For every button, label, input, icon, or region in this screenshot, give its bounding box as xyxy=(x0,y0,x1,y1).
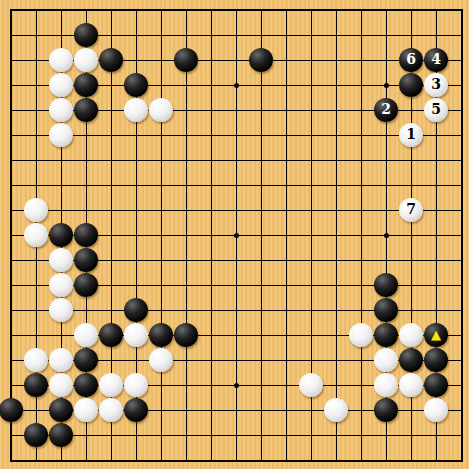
star-point xyxy=(384,233,389,238)
stone-white xyxy=(49,48,73,72)
move-number-label: 4 xyxy=(431,52,441,66)
stone-white-move-3: 3 xyxy=(424,73,448,97)
stone-black xyxy=(99,323,123,347)
stone-white xyxy=(49,73,73,97)
stone-white xyxy=(74,398,98,422)
stone-white-move-7: 7 xyxy=(399,198,423,222)
stone-white xyxy=(99,373,123,397)
stone-black-move-4: 4 xyxy=(424,48,448,72)
stone-white xyxy=(349,323,373,347)
stone-black xyxy=(0,398,23,422)
stone-white xyxy=(149,98,173,122)
stone-white xyxy=(299,373,323,397)
stone-black-move-2: 2 xyxy=(374,98,398,122)
stone-black xyxy=(399,73,423,97)
stone-black xyxy=(424,348,448,372)
move-number-label: 1 xyxy=(406,127,416,141)
stone-black xyxy=(99,48,123,72)
star-point xyxy=(234,383,239,388)
stone-white xyxy=(99,398,123,422)
stone-black xyxy=(74,348,98,372)
go-board[interactable]: 6432517▲ xyxy=(0,0,469,469)
stone-black-marked: ▲ xyxy=(424,323,448,347)
stone-white xyxy=(149,348,173,372)
stone-black xyxy=(174,323,198,347)
stone-black xyxy=(124,298,148,322)
stone-black xyxy=(74,23,98,47)
star-point xyxy=(234,233,239,238)
stone-white xyxy=(74,48,98,72)
stone-black xyxy=(74,73,98,97)
stone-black xyxy=(374,323,398,347)
move-number-label: 2 xyxy=(381,102,391,116)
stone-white xyxy=(324,398,348,422)
stone-black xyxy=(424,373,448,397)
stone-white xyxy=(124,323,148,347)
move-number-label: 5 xyxy=(431,102,441,116)
go-board-diagram: 6432517▲ xyxy=(0,0,469,469)
stone-black xyxy=(49,423,73,447)
stone-white xyxy=(49,98,73,122)
stone-white xyxy=(399,323,423,347)
stone-white xyxy=(49,248,73,272)
stone-white xyxy=(374,373,398,397)
move-number-label: 3 xyxy=(431,77,441,91)
triangle-marker-icon: ▲ xyxy=(431,328,441,341)
stone-white xyxy=(24,198,48,222)
stone-white xyxy=(124,98,148,122)
stone-white xyxy=(424,398,448,422)
stone-black xyxy=(74,248,98,272)
stone-white-move-1: 1 xyxy=(399,123,423,147)
stone-black xyxy=(74,98,98,122)
stone-black xyxy=(24,373,48,397)
stone-black-move-6: 6 xyxy=(399,48,423,72)
stone-black xyxy=(374,298,398,322)
stone-black xyxy=(24,423,48,447)
stone-black xyxy=(124,398,148,422)
stone-black xyxy=(74,373,98,397)
stone-white xyxy=(49,273,73,297)
move-number-label: 7 xyxy=(406,202,416,216)
stone-black xyxy=(124,73,148,97)
stone-white xyxy=(399,373,423,397)
stone-black xyxy=(74,223,98,247)
stone-black xyxy=(374,398,398,422)
stone-black xyxy=(249,48,273,72)
star-point xyxy=(234,83,239,88)
stone-white xyxy=(74,323,98,347)
stone-white xyxy=(49,123,73,147)
star-point xyxy=(384,83,389,88)
stone-white xyxy=(124,373,148,397)
stone-white xyxy=(49,348,73,372)
stone-white xyxy=(49,373,73,397)
stone-black xyxy=(49,398,73,422)
stone-white xyxy=(49,298,73,322)
stone-white xyxy=(374,348,398,372)
stone-black xyxy=(399,348,423,372)
stone-white xyxy=(24,348,48,372)
move-number-label: 6 xyxy=(406,52,416,66)
stone-white xyxy=(24,223,48,247)
stone-black xyxy=(374,273,398,297)
stone-black xyxy=(49,223,73,247)
stone-black xyxy=(174,48,198,72)
stone-white-move-5: 5 xyxy=(424,98,448,122)
stone-black xyxy=(74,273,98,297)
stone-black xyxy=(149,323,173,347)
